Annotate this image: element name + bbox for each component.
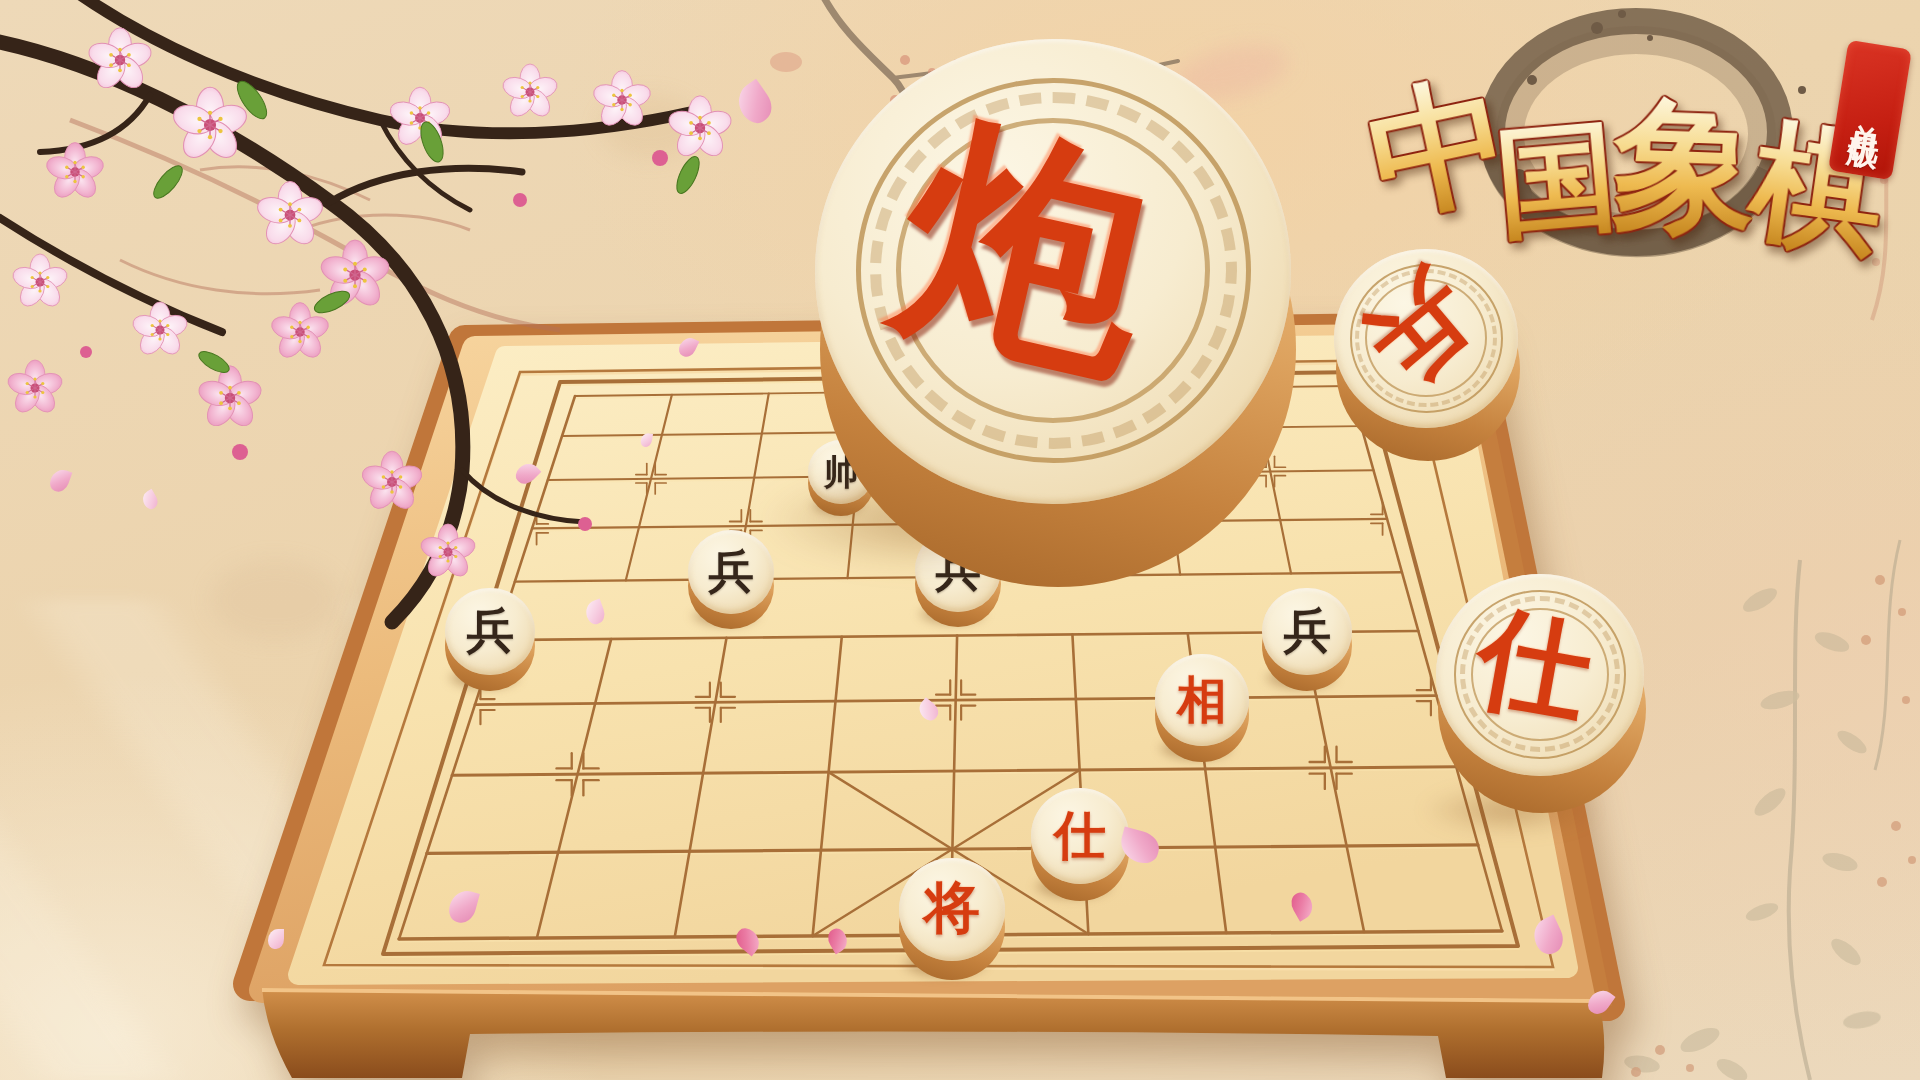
piece-face: 兵 <box>1262 588 1352 676</box>
title-char-3: 象 <box>1609 79 1760 253</box>
board-piece-仕: 仕 <box>1031 788 1129 903</box>
blossom-flower <box>196 366 264 431</box>
piece-face: 仕 <box>1031 788 1129 884</box>
piece-character: 仕 <box>1031 788 1129 884</box>
piece-character: 将 <box>899 858 1005 961</box>
game-title: 中国象棋 <box>1300 0 1920 330</box>
piece-face: 相 <box>1155 654 1249 746</box>
piece-face: 仕 <box>1436 574 1644 777</box>
piece-face: 将 <box>899 858 1005 961</box>
blossom-flower <box>359 451 424 513</box>
piece-character: 兵 <box>1262 588 1352 676</box>
piece-character: 仕 <box>1414 547 1654 783</box>
blossom-flower <box>666 96 734 161</box>
board-piece-兵: 兵 <box>1262 588 1352 694</box>
falling-petal <box>268 929 284 949</box>
blossom-flower <box>500 64 559 121</box>
blossom-flower <box>170 87 250 163</box>
cherry-blossom-branch <box>0 0 800 660</box>
splash-screen: 帅兵兵兵兵相仕将炮兵仕 <box>0 0 1920 1080</box>
piece-character: 相 <box>1155 654 1249 746</box>
blossom-flower <box>5 360 64 417</box>
piece-face: 炮 <box>815 39 1291 503</box>
blossom-flower <box>387 87 452 149</box>
title-char-2: 国 <box>1491 103 1623 254</box>
floating-piece-仕: 仕 <box>1438 574 1646 818</box>
board-piece-将: 将 <box>899 858 1005 983</box>
blossom-flower <box>130 302 189 359</box>
board-piece-相: 相 <box>1155 654 1249 764</box>
blossom-flower <box>10 254 69 311</box>
floating-piece-炮: 炮 <box>820 39 1296 598</box>
edition-seal-text: 单机版 <box>1848 96 1893 123</box>
